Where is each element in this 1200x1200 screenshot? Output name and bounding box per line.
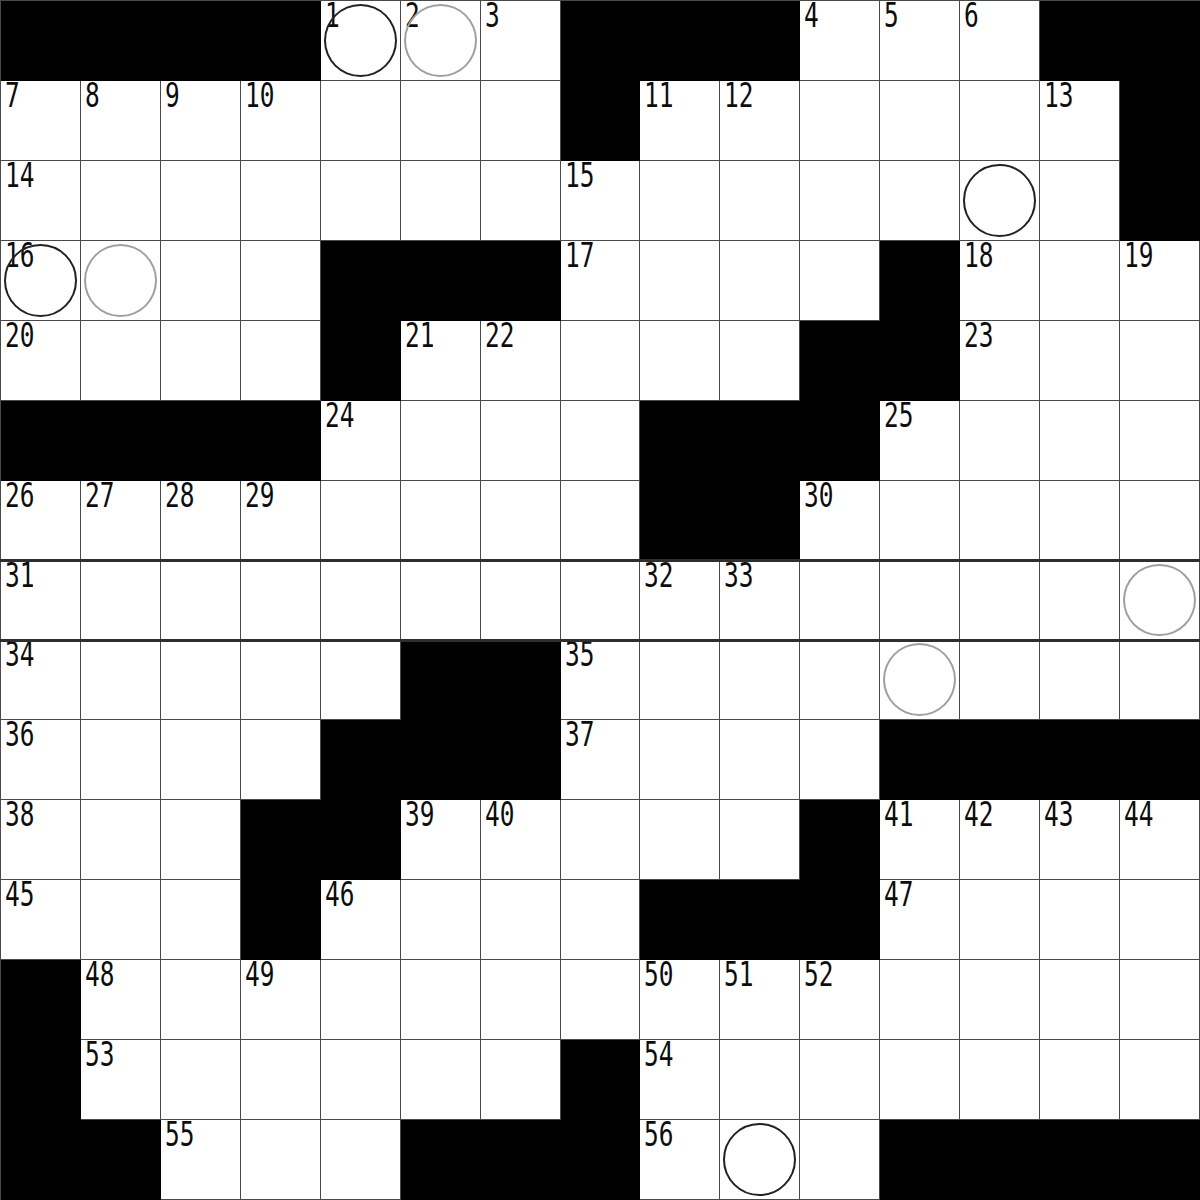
cell-r12c10[interactable]: 52	[800, 960, 880, 1040]
clue-number-31: 31	[5, 562, 34, 590]
cell-r8c14[interactable]	[1120, 640, 1200, 720]
cell-r5c13[interactable]	[1040, 401, 1120, 481]
black-cell-r10c4	[321, 800, 401, 880]
cell-r10c6[interactable]: 40	[481, 800, 561, 880]
cell-r9c7[interactable]: 37	[561, 720, 641, 800]
clue-number-14: 14	[5, 162, 34, 190]
cell-r11c12[interactable]	[960, 880, 1040, 960]
black-cell-r13c0	[1, 1040, 81, 1120]
black-cell-r14c5	[401, 1120, 481, 1200]
black-cell-r9c5	[401, 720, 481, 800]
cell-r1c11[interactable]	[880, 81, 960, 161]
cell-r0c10[interactable]: 4	[800, 1, 880, 81]
circle-marker-black-r3c0	[4, 244, 77, 317]
black-cell-r10c10	[800, 800, 880, 880]
black-cell-r11c3	[241, 880, 321, 960]
circle-marker-black-r2c12	[963, 164, 1036, 237]
cell-r11c5[interactable]	[401, 880, 481, 960]
cell-r10c12[interactable]: 42	[960, 800, 1040, 880]
cell-r4c9[interactable]	[720, 321, 800, 401]
cell-r7c6[interactable]	[481, 561, 561, 641]
cell-r1c6[interactable]	[481, 81, 561, 161]
black-cell-r3c11	[880, 241, 960, 321]
cell-r12c12[interactable]	[960, 960, 1040, 1040]
cell-r2c5[interactable]	[401, 161, 481, 241]
cell-r4c12[interactable]: 23	[960, 321, 1040, 401]
black-cell-r10c3	[241, 800, 321, 880]
clue-number-47: 47	[884, 881, 913, 909]
clue-number-29: 29	[245, 482, 274, 510]
clue-number-15: 15	[565, 162, 594, 190]
circle-marker-black-r14c9	[723, 1123, 796, 1196]
cell-r12c13[interactable]	[1040, 960, 1120, 1040]
clue-number-36: 36	[5, 721, 34, 749]
cell-r7c1[interactable]	[81, 561, 161, 641]
clue-number-3: 3	[485, 2, 500, 30]
cell-r10c11[interactable]: 41	[880, 800, 960, 880]
cell-r13c10[interactable]	[800, 1040, 880, 1120]
clue-number-6: 6	[964, 2, 979, 30]
black-cell-r14c6	[481, 1120, 561, 1200]
cell-r9c2[interactable]	[161, 720, 241, 800]
cell-r6c11[interactable]	[880, 481, 960, 561]
black-cell-r11c8	[640, 880, 720, 960]
black-cell-r0c8	[640, 1, 720, 81]
black-cell-r5c0	[1, 401, 81, 481]
cell-r6c2[interactable]: 28	[161, 481, 241, 561]
black-cell-r9c13	[1040, 720, 1120, 800]
cell-r12c9[interactable]: 51	[720, 960, 800, 1040]
black-cell-r8c6	[481, 640, 561, 720]
cell-r7c8[interactable]: 32	[640, 561, 720, 641]
black-cell-r5c10	[800, 401, 880, 481]
black-cell-r14c13	[1040, 1120, 1120, 1200]
clue-number-19: 19	[1124, 242, 1153, 270]
cell-r8c3[interactable]	[241, 640, 321, 720]
circle-marker-gray-r3c1	[84, 244, 157, 317]
clue-number-5: 5	[884, 2, 899, 30]
cell-r7c14[interactable]	[1120, 561, 1200, 641]
cell-r2c10[interactable]	[800, 161, 880, 241]
cell-r8c11[interactable]	[880, 640, 960, 720]
cell-r4c8[interactable]	[640, 321, 720, 401]
cell-r8c8[interactable]	[640, 640, 720, 720]
circle-marker-gray-r0c5	[404, 4, 477, 77]
clue-number-21: 21	[405, 322, 434, 350]
cell-r4c2[interactable]	[161, 321, 241, 401]
cell-r13c13[interactable]	[1040, 1040, 1120, 1120]
clue-number-35: 35	[565, 641, 594, 669]
cell-r10c2[interactable]	[161, 800, 241, 880]
cell-r13c4[interactable]	[321, 1040, 401, 1120]
cell-r7c0[interactable]: 31	[1, 561, 81, 641]
black-cell-r9c14	[1120, 720, 1200, 800]
cell-r5c7[interactable]	[561, 401, 641, 481]
cell-r7c13[interactable]	[1040, 561, 1120, 641]
cell-r1c1[interactable]: 8	[81, 81, 161, 161]
cell-r7c10[interactable]	[800, 561, 880, 641]
black-cell-r14c12	[960, 1120, 1040, 1200]
cell-r7c12[interactable]	[960, 561, 1040, 641]
black-cell-r6c9	[720, 481, 800, 561]
cell-r7c5[interactable]	[401, 561, 481, 641]
clue-number-33: 33	[724, 562, 753, 590]
cell-r8c0[interactable]: 34	[1, 640, 81, 720]
cell-r12c1[interactable]: 48	[81, 960, 161, 1040]
cell-r11c0[interactable]: 45	[1, 880, 81, 960]
cell-r4c1[interactable]	[81, 321, 161, 401]
black-cell-r9c4	[321, 720, 401, 800]
black-cell-r8c5	[401, 640, 481, 720]
cell-r2c0[interactable]: 14	[1, 161, 81, 241]
cell-r7c2[interactable]	[161, 561, 241, 641]
cell-r11c2[interactable]	[161, 880, 241, 960]
cell-r3c7[interactable]: 17	[561, 241, 641, 321]
cell-r8c7[interactable]: 35	[561, 640, 641, 720]
cell-r9c0[interactable]: 36	[1, 720, 81, 800]
black-cell-r0c9	[720, 1, 800, 81]
black-cell-r14c7	[561, 1120, 641, 1200]
clue-number-9: 9	[165, 82, 180, 110]
cell-r4c5[interactable]: 21	[401, 321, 481, 401]
cell-r10c14[interactable]: 44	[1120, 800, 1200, 880]
black-cell-r13c7	[561, 1040, 641, 1120]
clue-number-38: 38	[5, 801, 34, 829]
black-cell-r3c4	[321, 241, 401, 321]
black-cell-r0c14	[1120, 1, 1200, 81]
circle-marker-black-r0c4	[324, 4, 397, 77]
clue-number-1: 1	[325, 2, 340, 30]
clue-number-55: 55	[165, 1121, 194, 1149]
cell-r3c12[interactable]: 18	[960, 241, 1040, 321]
cell-r13c3[interactable]	[241, 1040, 321, 1120]
cell-r3c2[interactable]	[161, 241, 241, 321]
clue-number-28: 28	[165, 482, 194, 510]
clue-number-41: 41	[884, 801, 913, 829]
black-cell-r14c1	[81, 1120, 161, 1200]
cell-r12c11[interactable]	[880, 960, 960, 1040]
cell-r10c0[interactable]: 38	[1, 800, 81, 880]
cell-r2c9[interactable]	[720, 161, 800, 241]
cell-r2c8[interactable]	[640, 161, 720, 241]
clue-number-52: 52	[804, 961, 833, 989]
black-cell-r0c1	[81, 1, 161, 81]
cell-r1c5[interactable]	[401, 81, 481, 161]
cell-r3c8[interactable]	[640, 241, 720, 321]
cell-r3c10[interactable]	[800, 241, 880, 321]
cell-r7c9[interactable]: 33	[720, 561, 800, 641]
cell-r6c3[interactable]: 29	[241, 481, 321, 561]
clue-number-13: 13	[1044, 82, 1073, 110]
cell-r1c0[interactable]: 7	[1, 81, 81, 161]
black-cell-r0c0	[1, 1, 81, 81]
clue-number-32: 32	[644, 562, 673, 590]
black-cell-r0c2	[161, 1, 241, 81]
clue-number-53: 53	[85, 1041, 114, 1069]
clue-number-54: 54	[644, 1041, 673, 1069]
cell-r6c10[interactable]: 30	[800, 481, 880, 561]
black-cell-r9c12	[960, 720, 1040, 800]
cell-r11c13[interactable]	[1040, 880, 1120, 960]
cell-r13c12[interactable]	[960, 1040, 1040, 1120]
cell-r14c4[interactable]	[321, 1120, 401, 1200]
cell-r0c4[interactable]: 1	[321, 1, 401, 81]
clue-number-2: 2	[405, 2, 420, 30]
cell-r4c3[interactable]	[241, 321, 321, 401]
cell-r13c9[interactable]	[720, 1040, 800, 1120]
cell-r1c13[interactable]: 13	[1040, 81, 1120, 161]
cell-r4c6[interactable]: 22	[481, 321, 561, 401]
cell-r7c4[interactable]	[321, 561, 401, 641]
cell-r11c1[interactable]	[81, 880, 161, 960]
cell-r10c8[interactable]	[640, 800, 720, 880]
cell-r6c6[interactable]	[481, 481, 561, 561]
cell-r12c7[interactable]	[561, 960, 641, 1040]
clue-number-37: 37	[565, 721, 594, 749]
clue-number-17: 17	[565, 242, 594, 270]
clue-number-45: 45	[5, 881, 34, 909]
black-cell-r1c14	[1120, 81, 1200, 161]
crossword-grid: 1234567891011121314151617181920212223242…	[0, 0, 1200, 1200]
clue-number-23: 23	[964, 322, 993, 350]
clue-number-34: 34	[5, 641, 34, 669]
cell-r8c1[interactable]	[81, 640, 161, 720]
cell-r12c8[interactable]: 50	[640, 960, 720, 1040]
cell-r2c12[interactable]	[960, 161, 1040, 241]
cell-r12c14[interactable]	[1120, 960, 1200, 1040]
cell-r5c12[interactable]	[960, 401, 1040, 481]
cell-r5c6[interactable]	[481, 401, 561, 481]
cell-r13c5[interactable]	[401, 1040, 481, 1120]
cell-r3c9[interactable]	[720, 241, 800, 321]
cell-r1c10[interactable]	[800, 81, 880, 161]
cell-r13c1[interactable]: 53	[81, 1040, 161, 1120]
cell-r6c14[interactable]	[1120, 481, 1200, 561]
cell-r11c7[interactable]	[561, 880, 641, 960]
cell-r4c0[interactable]: 20	[1, 321, 81, 401]
cell-r10c7[interactable]	[561, 800, 641, 880]
cell-r6c13[interactable]	[1040, 481, 1120, 561]
cell-r5c14[interactable]	[1120, 401, 1200, 481]
clue-number-42: 42	[964, 801, 993, 829]
cell-r12c3[interactable]: 49	[241, 960, 321, 1040]
cell-r2c6[interactable]	[481, 161, 561, 241]
cell-r11c11[interactable]: 47	[880, 880, 960, 960]
cell-r8c13[interactable]	[1040, 640, 1120, 720]
black-cell-r2c14	[1120, 161, 1200, 241]
cell-r9c9[interactable]	[720, 720, 800, 800]
cell-r7c11[interactable]	[880, 561, 960, 641]
clue-number-49: 49	[245, 961, 274, 989]
clue-number-12: 12	[724, 82, 753, 110]
black-cell-r14c0	[1, 1120, 81, 1200]
cell-r2c11[interactable]	[880, 161, 960, 241]
cell-r0c12[interactable]: 6	[960, 1, 1040, 81]
clue-number-46: 46	[325, 881, 354, 909]
clue-number-4: 4	[804, 2, 819, 30]
cell-r0c6[interactable]: 3	[481, 1, 561, 81]
cell-r11c14[interactable]	[1120, 880, 1200, 960]
black-cell-r0c3	[241, 1, 321, 81]
cell-r8c9[interactable]	[720, 640, 800, 720]
cell-r13c8[interactable]: 54	[640, 1040, 720, 1120]
cell-r8c12[interactable]	[960, 640, 1040, 720]
black-cell-r5c8	[640, 401, 720, 481]
cell-r1c9[interactable]: 12	[720, 81, 800, 161]
cell-r6c1[interactable]: 27	[81, 481, 161, 561]
black-cell-r11c10	[800, 880, 880, 960]
black-cell-r9c11	[880, 720, 960, 800]
clue-number-50: 50	[644, 961, 673, 989]
cell-r5c4[interactable]: 24	[321, 401, 401, 481]
clue-number-44: 44	[1124, 801, 1153, 829]
cell-r1c12[interactable]	[960, 81, 1040, 161]
cell-r9c8[interactable]	[640, 720, 720, 800]
cell-r9c3[interactable]	[241, 720, 321, 800]
cell-r0c11[interactable]: 5	[880, 1, 960, 81]
cell-r13c2[interactable]	[161, 1040, 241, 1120]
black-cell-r4c11	[880, 321, 960, 401]
cell-r2c4[interactable]	[321, 161, 401, 241]
black-cell-r6c8	[640, 481, 720, 561]
cell-r1c8[interactable]: 11	[640, 81, 720, 161]
cell-r3c0[interactable]: 16	[1, 241, 81, 321]
clue-number-30: 30	[804, 482, 833, 510]
cell-r7c3[interactable]	[241, 561, 321, 641]
black-cell-r5c2	[161, 401, 241, 481]
cell-r13c14[interactable]	[1120, 1040, 1200, 1120]
cell-r1c2[interactable]: 9	[161, 81, 241, 161]
cell-r4c14[interactable]	[1120, 321, 1200, 401]
cell-r2c13[interactable]	[1040, 161, 1120, 241]
cell-r2c2[interactable]	[161, 161, 241, 241]
cell-r14c8[interactable]: 56	[640, 1120, 720, 1200]
black-cell-r5c3	[241, 401, 321, 481]
black-cell-r12c0	[1, 960, 81, 1040]
cell-r3c3[interactable]	[241, 241, 321, 321]
cell-r8c4[interactable]	[321, 640, 401, 720]
cell-r12c6[interactable]	[481, 960, 561, 1040]
cell-r6c4[interactable]	[321, 481, 401, 561]
cell-r14c2[interactable]: 55	[161, 1120, 241, 1200]
black-cell-r4c10	[800, 321, 880, 401]
cell-r13c11[interactable]	[880, 1040, 960, 1120]
circle-marker-gray-r7c14	[1123, 564, 1196, 637]
clue-number-39: 39	[405, 801, 434, 829]
clue-number-56: 56	[644, 1121, 673, 1149]
clue-number-8: 8	[85, 82, 100, 110]
cell-r7c7[interactable]	[561, 561, 641, 641]
cell-r13c6[interactable]	[481, 1040, 561, 1120]
cell-r11c4[interactable]: 46	[321, 880, 401, 960]
cell-r3c14[interactable]: 19	[1120, 241, 1200, 321]
cell-r12c2[interactable]	[161, 960, 241, 1040]
clue-number-27: 27	[85, 482, 114, 510]
clue-number-26: 26	[5, 482, 34, 510]
clue-number-43: 43	[1044, 801, 1073, 829]
cell-r3c13[interactable]	[1040, 241, 1120, 321]
black-cell-r11c9	[720, 880, 800, 960]
black-cell-r14c11	[880, 1120, 960, 1200]
black-cell-r4c4	[321, 321, 401, 401]
cell-r2c3[interactable]	[241, 161, 321, 241]
cell-r8c2[interactable]	[161, 640, 241, 720]
black-cell-r3c5	[401, 241, 481, 321]
cell-r10c5[interactable]: 39	[401, 800, 481, 880]
cell-r0c5[interactable]: 2	[401, 1, 481, 81]
clue-number-40: 40	[485, 801, 514, 829]
cell-r14c3[interactable]	[241, 1120, 321, 1200]
cell-r2c1[interactable]	[81, 161, 161, 241]
cell-r10c13[interactable]: 43	[1040, 800, 1120, 880]
cell-r2c7[interactable]: 15	[561, 161, 641, 241]
cell-r14c9[interactable]	[720, 1120, 800, 1200]
clue-number-11: 11	[644, 82, 673, 110]
crossword-page: 1234567891011121314151617181920212223242…	[0, 0, 1200, 1200]
clue-number-10: 10	[245, 82, 274, 110]
cell-r4c13[interactable]	[1040, 321, 1120, 401]
cell-r8c10[interactable]	[800, 640, 880, 720]
black-cell-r5c9	[720, 401, 800, 481]
cell-r4c7[interactable]	[561, 321, 641, 401]
clue-number-48: 48	[85, 961, 114, 989]
clue-number-16: 16	[5, 242, 34, 270]
black-cell-r9c6	[481, 720, 561, 800]
clue-number-25: 25	[884, 402, 913, 430]
cell-r5c11[interactable]: 25	[880, 401, 960, 481]
cell-r10c9[interactable]	[720, 800, 800, 880]
black-cell-r0c13	[1040, 1, 1120, 81]
black-cell-r14c14	[1120, 1120, 1200, 1200]
cell-r5c5[interactable]	[401, 401, 481, 481]
clue-number-18: 18	[964, 242, 993, 270]
clue-number-20: 20	[5, 322, 34, 350]
black-cell-r5c1	[81, 401, 161, 481]
black-cell-r3c6	[481, 241, 561, 321]
cell-r6c7[interactable]	[561, 481, 641, 561]
clue-number-22: 22	[485, 322, 514, 350]
cell-r14c10[interactable]	[800, 1120, 880, 1200]
cell-r1c3[interactable]: 10	[241, 81, 321, 161]
clue-number-51: 51	[724, 961, 753, 989]
black-cell-r1c7	[561, 81, 641, 161]
cell-r6c0[interactable]: 26	[1, 481, 81, 561]
cell-r9c1[interactable]	[81, 720, 161, 800]
cell-r10c1[interactable]	[81, 800, 161, 880]
cell-r11c6[interactable]	[481, 880, 561, 960]
cell-r9c10[interactable]	[800, 720, 880, 800]
cell-r6c5[interactable]	[401, 481, 481, 561]
black-cell-r0c7	[561, 1, 641, 81]
cell-r12c4[interactable]	[321, 960, 401, 1040]
circle-marker-gray-r8c11	[883, 643, 956, 716]
cell-r12c5[interactable]	[401, 960, 481, 1040]
clue-number-7: 7	[5, 82, 20, 110]
clue-number-24: 24	[325, 402, 354, 430]
cell-r3c1[interactable]	[81, 241, 161, 321]
cell-r1c4[interactable]	[321, 81, 401, 161]
cell-r6c12[interactable]	[960, 481, 1040, 561]
